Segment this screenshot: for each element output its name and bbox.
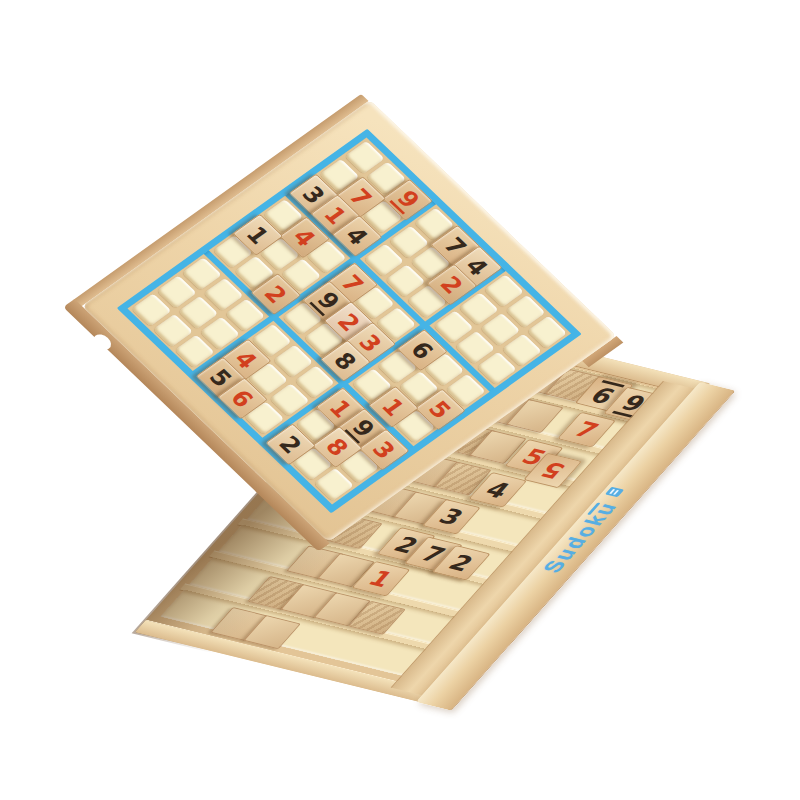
tile-number: 5 (536, 459, 570, 482)
tile-number: 4 (289, 225, 320, 250)
tile-number: 5 (425, 397, 456, 422)
tile-number: 3 (369, 437, 400, 462)
tile-number: 6 (407, 338, 438, 363)
thumb-notch (90, 332, 115, 353)
tile-number: 6 (227, 386, 258, 411)
tile-number: 9 (389, 185, 425, 214)
tile-number: 8 (330, 348, 361, 373)
product-photo-stage: 99755432721 Sudoku 974723144761923528119… (0, 0, 800, 800)
tile-number: 1 (364, 567, 398, 590)
tile-number: 7 (570, 418, 604, 441)
tile-number: 4 (342, 223, 373, 248)
tile-number: 8 (322, 434, 353, 459)
brand-seal-icon (605, 487, 624, 498)
tile-number: 1 (242, 222, 273, 247)
tile-number: 1 (378, 394, 409, 419)
tile-number: 2 (275, 432, 306, 457)
tile-number: 3 (435, 505, 469, 528)
tile-number: 2 (437, 272, 468, 297)
tile-number: 2 (260, 282, 291, 307)
tile-number: 4 (481, 478, 515, 501)
tile-number: 2 (445, 551, 479, 574)
